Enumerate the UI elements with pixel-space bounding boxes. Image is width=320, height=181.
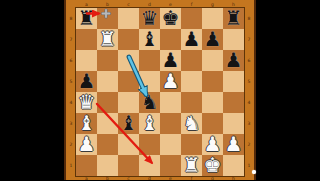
- white-pawn-e5: ♟: [162, 71, 180, 91]
- square-e1: [160, 155, 181, 176]
- square-f7: ♟: [181, 29, 202, 50]
- square-f3: ♞: [181, 113, 202, 134]
- black-pawn-f7: ♟: [183, 29, 201, 49]
- rank-label-left-8: 8: [67, 8, 75, 29]
- file-label-top-g: g: [202, 1, 223, 8]
- white-bishop-d3: ♝: [141, 113, 159, 133]
- black-queen-d8: ♛: [141, 8, 159, 28]
- square-c7: [118, 29, 139, 50]
- file-label-top-f: f: [181, 1, 202, 8]
- square-f1: ♜: [181, 155, 202, 176]
- square-g4: [202, 92, 223, 113]
- square-e5: ♟: [160, 71, 181, 92]
- black-pawn-e6: ♟: [162, 50, 180, 70]
- square-g7: ♟: [202, 29, 223, 50]
- square-d1: [139, 155, 160, 176]
- square-e3: [160, 113, 181, 134]
- rank-label-right-6: 6: [245, 50, 253, 71]
- file-label-top-c: c: [118, 1, 139, 8]
- black-bishop-d7: ♝: [141, 29, 159, 49]
- rank-label-left-1: 1: [67, 155, 75, 176]
- square-h2: ♟: [223, 134, 244, 155]
- file-label-bottom-b: b: [97, 176, 118, 181]
- white-pawn-g2: ♟: [204, 134, 222, 154]
- rank-label-right-2: 2: [245, 134, 253, 155]
- black-knight-d4: ♞: [141, 92, 159, 112]
- square-g6: [202, 50, 223, 71]
- black-king-e8: ♚: [162, 8, 180, 28]
- square-c5: [118, 71, 139, 92]
- rank-label-left-5: 5: [67, 71, 75, 92]
- black-rook-h8: ♜: [225, 8, 243, 28]
- black-pawn-a5: ♟: [78, 71, 96, 91]
- white-bishop-a3: ♝: [78, 113, 96, 133]
- white-knight-f3: ♞: [183, 113, 201, 133]
- file-label-bottom-d: d: [139, 176, 160, 181]
- white-pawn-a2: ♟: [78, 134, 96, 154]
- square-d7: ♝: [139, 29, 160, 50]
- square-d2: [139, 134, 160, 155]
- board-frame: ♜♛♚♜♜♝♟♟♟♟♟♟♛♞♝♝♝♞♟♟♟♜♚ 8877665544332211…: [64, 0, 256, 180]
- square-c1: [118, 155, 139, 176]
- rank-label-right-5: 5: [245, 71, 253, 92]
- square-h8: ♜: [223, 8, 244, 29]
- file-label-bottom-h: h: [223, 176, 244, 181]
- square-a1: [76, 155, 97, 176]
- square-f5: [181, 71, 202, 92]
- square-b5: [97, 71, 118, 92]
- white-king-g1: ♚: [204, 155, 222, 175]
- file-label-bottom-e: e: [160, 176, 181, 181]
- square-c6: [118, 50, 139, 71]
- board-squares: ♜♛♚♜♜♝♟♟♟♟♟♟♛♞♝♝♝♞♟♟♟♜♚: [76, 8, 244, 176]
- black-rook-a8: ♜: [78, 8, 96, 28]
- square-h6: ♟: [223, 50, 244, 71]
- rank-label-left-7: 7: [67, 29, 75, 50]
- black-pawn-h6: ♟: [225, 50, 243, 70]
- rank-label-left-4: 4: [67, 92, 75, 113]
- black-pawn-g7: ♟: [204, 29, 222, 49]
- square-g1: ♚: [202, 155, 223, 176]
- square-b6: [97, 50, 118, 71]
- square-b4: [97, 92, 118, 113]
- square-e2: [160, 134, 181, 155]
- square-g5: [202, 71, 223, 92]
- square-d3: ♝: [139, 113, 160, 134]
- rank-label-left-3: 3: [67, 113, 75, 134]
- square-a2: ♟: [76, 134, 97, 155]
- square-h5: [223, 71, 244, 92]
- square-b2: [97, 134, 118, 155]
- white-rook-b7: ♜: [99, 29, 117, 49]
- square-c8: [118, 8, 139, 29]
- square-a8: ♜: [76, 8, 97, 29]
- white-queen-a4: ♛: [78, 92, 96, 112]
- rank-label-right-8: 8: [245, 8, 253, 29]
- square-e4: [160, 92, 181, 113]
- square-b7: ♜: [97, 29, 118, 50]
- rank-label-right-3: 3: [245, 113, 253, 134]
- file-label-top-b: b: [97, 1, 118, 8]
- square-f6: [181, 50, 202, 71]
- square-b3: [97, 113, 118, 134]
- cursor-dot: [252, 170, 256, 174]
- rank-label-left-2: 2: [67, 134, 75, 155]
- rank-label-right-4: 4: [245, 92, 253, 113]
- square-c3: ♝: [118, 113, 139, 134]
- white-pawn-h2: ♟: [225, 134, 243, 154]
- square-h4: [223, 92, 244, 113]
- file-label-bottom-c: c: [118, 176, 139, 181]
- white-rook-f1: ♜: [183, 155, 201, 175]
- rank-label-right-7: 7: [245, 29, 253, 50]
- square-a7: [76, 29, 97, 50]
- square-d6: [139, 50, 160, 71]
- square-e8: ♚: [160, 8, 181, 29]
- square-b1: [97, 155, 118, 176]
- square-h1: [223, 155, 244, 176]
- file-label-bottom-a: a: [76, 176, 97, 181]
- black-bishop-c3: ♝: [120, 113, 138, 133]
- square-c2: [118, 134, 139, 155]
- rank-label-left-6: 6: [67, 50, 75, 71]
